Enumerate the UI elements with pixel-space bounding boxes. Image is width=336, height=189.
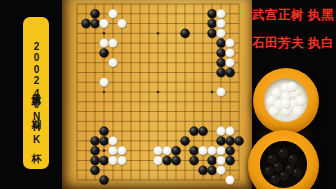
screenshot-stage: 2002日本第40期NHK杯 武宫正树 执黑 石田芳夫 执白 xyxy=(0,0,336,189)
tournament-banner: 2002日本第40期NHK杯 xyxy=(23,17,49,169)
player-captions: 武宫正树 执黑 石田芳夫 执白 xyxy=(252,9,332,64)
tournament-banner-text: 2002日本第40期NHK杯 xyxy=(31,41,41,146)
go-board xyxy=(62,0,252,189)
go-board-grid xyxy=(62,0,252,189)
white-stone-bowl xyxy=(253,68,319,134)
white-player-caption: 石田芳夫 执白 xyxy=(252,37,332,50)
black-stone-pile xyxy=(260,141,307,188)
white-stone-pile xyxy=(264,78,308,122)
black-player-caption: 武宫正树 执黑 xyxy=(252,9,332,22)
